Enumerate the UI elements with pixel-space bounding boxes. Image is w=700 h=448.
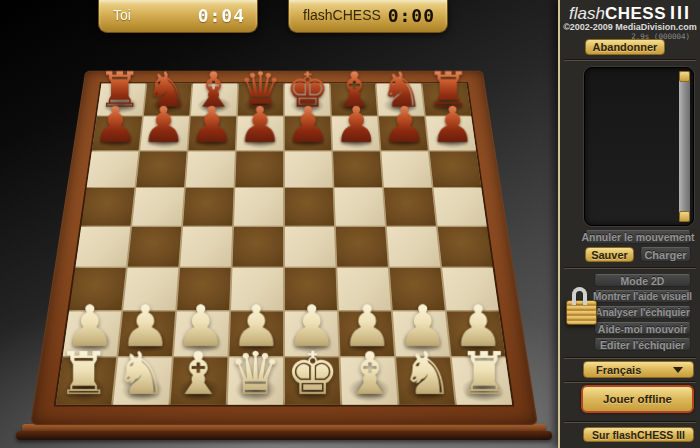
logo-iii: III <box>670 3 691 23</box>
language-select[interactable]: Français <box>583 361 694 378</box>
square-e4[interactable] <box>285 227 336 267</box>
square-f4[interactable] <box>336 227 388 267</box>
square-d5[interactable] <box>234 188 283 225</box>
about-flashchess-button[interactable]: Sur flashCHESS III <box>583 427 694 442</box>
piece-black-pawn[interactable]: ♟ <box>382 99 427 149</box>
square-e7[interactable]: ♟ <box>285 117 332 151</box>
divider <box>564 59 696 61</box>
lock-icon <box>566 300 597 325</box>
square-d4[interactable] <box>233 227 284 267</box>
square-g7[interactable]: ♟ <box>379 117 428 151</box>
piece-black-pawn[interactable]: ♟ <box>189 99 234 149</box>
square-b4[interactable] <box>128 227 181 267</box>
piece-white-bishop[interactable]: ♝ <box>343 344 396 403</box>
square-e1[interactable]: ♚ <box>285 358 340 405</box>
app-logo: flashCHESSIII <box>560 3 700 24</box>
piece-black-pawn[interactable]: ♟ <box>286 99 331 149</box>
piece-white-rook[interactable]: ♜ <box>57 344 110 403</box>
move-list[interactable] <box>584 67 694 226</box>
piece-black-pawn[interactable]: ♟ <box>334 99 379 149</box>
play-offline-button[interactable]: Jouer offline <box>581 385 694 413</box>
player-clock-time: 0:04 <box>198 5 245 26</box>
square-a7[interactable]: ♟ <box>92 117 142 151</box>
save-button[interactable]: Sauver <box>585 247 634 262</box>
language-select-value: Français <box>596 364 641 376</box>
flashchess-app: ♜♞♝♛♚♝♞♜♟♟♟♟♟♟♟♟♟♟♟♟♟♟♟♟♜♞♝♛♚♝♞♜ Toi 0:0… <box>0 0 700 448</box>
square-c4[interactable] <box>180 227 232 267</box>
square-a4[interactable] <box>75 227 130 267</box>
chevron-down-icon <box>673 367 683 373</box>
square-d7[interactable]: ♟ <box>237 117 284 151</box>
divider <box>564 267 696 269</box>
square-f6[interactable] <box>333 151 382 186</box>
engine-clock-label: flashCHESS <box>303 7 381 23</box>
square-c1[interactable]: ♝ <box>170 358 227 405</box>
square-a6[interactable] <box>87 151 139 186</box>
analyze-board-button[interactable]: Analyser l'échiquier <box>594 306 691 319</box>
piece-black-pawn[interactable]: ♟ <box>93 99 138 149</box>
engine-clock: flashCHESS 0:00 <box>288 0 448 33</box>
copyright-text: ©2002-2009 MediaDivision.com <box>560 22 700 32</box>
square-h6[interactable] <box>430 151 482 186</box>
chess-board[interactable]: ♜♞♝♛♚♝♞♜♟♟♟♟♟♟♟♟♟♟♟♟♟♟♟♟♜♞♝♛♚♝♞♜ <box>56 83 512 404</box>
square-c7[interactable]: ♟ <box>188 117 236 151</box>
square-f7[interactable]: ♟ <box>332 117 380 151</box>
square-b6[interactable] <box>136 151 186 186</box>
divider <box>564 421 696 423</box>
engine-clock-time: 0:00 <box>388 5 435 26</box>
square-a1[interactable]: ♜ <box>56 358 116 405</box>
divider <box>564 381 696 383</box>
mode-2d-button[interactable]: Mode 2D <box>594 274 691 287</box>
piece-white-king[interactable]: ♚ <box>286 344 339 403</box>
piece-black-pawn[interactable]: ♟ <box>238 99 283 149</box>
divider <box>564 357 696 359</box>
square-g4[interactable] <box>387 227 440 267</box>
piece-white-rook[interactable]: ♜ <box>458 344 511 403</box>
square-b5[interactable] <box>132 188 184 225</box>
sidebar: flashCHESSIII ©2002-2009 MediaDivision.c… <box>558 0 700 448</box>
square-f5[interactable] <box>334 188 385 225</box>
square-g5[interactable] <box>384 188 436 225</box>
square-g6[interactable] <box>381 151 431 186</box>
scroll-up-button[interactable] <box>679 71 690 82</box>
square-d6[interactable] <box>235 151 283 186</box>
visual-aid-button[interactable]: Montrer l'aide visuell <box>594 290 691 303</box>
square-h1[interactable]: ♜ <box>452 358 512 405</box>
scroll-down-button[interactable] <box>679 211 690 222</box>
piece-black-pawn[interactable]: ♟ <box>430 99 475 149</box>
player-clock: Toi 0:04 <box>98 0 258 33</box>
help-me-move-button[interactable]: Aide-moi mouvoir <box>594 322 691 335</box>
square-e5[interactable] <box>285 188 334 225</box>
board-frame: ♜♞♝♛♚♝♞♜♟♟♟♟♟♟♟♟♟♟♟♟♟♟♟♟♜♞♝♛♚♝♞♜ <box>30 71 538 425</box>
edit-board-button[interactable]: Editer l'échiquier <box>594 338 691 351</box>
square-h4[interactable] <box>438 227 493 267</box>
square-g1[interactable]: ♞ <box>396 358 455 405</box>
piece-white-knight[interactable]: ♞ <box>401 344 454 403</box>
square-c6[interactable] <box>186 151 235 186</box>
piece-white-knight[interactable]: ♞ <box>114 344 167 403</box>
square-c5[interactable] <box>183 188 234 225</box>
square-f1[interactable]: ♝ <box>341 358 398 405</box>
abandon-button[interactable]: Abandonner <box>585 39 665 55</box>
square-h5[interactable] <box>434 188 487 225</box>
square-a5[interactable] <box>81 188 134 225</box>
logo-chess: CHESS <box>605 4 666 23</box>
logo-flash: flash <box>569 4 605 23</box>
piece-white-queen[interactable]: ♛ <box>229 344 282 403</box>
piece-black-pawn[interactable]: ♟ <box>141 99 186 149</box>
piece-white-bishop[interactable]: ♝ <box>172 344 225 403</box>
player-clock-label: Toi <box>113 7 131 23</box>
square-d1[interactable]: ♛ <box>228 358 283 405</box>
load-button[interactable]: Charger <box>640 247 691 262</box>
scrollbar-track[interactable] <box>679 71 690 222</box>
square-h7[interactable]: ♟ <box>426 117 476 151</box>
board-base <box>16 431 552 440</box>
board-scene: ♜♞♝♛♚♝♞♜♟♟♟♟♟♟♟♟♟♟♟♟♟♟♟♟♜♞♝♛♚♝♞♜ <box>30 0 538 425</box>
undo-move-button[interactable]: Annuler le mouvement <box>585 230 691 244</box>
square-b1[interactable]: ♞ <box>113 358 172 405</box>
square-e6[interactable] <box>285 151 333 186</box>
square-b7[interactable]: ♟ <box>140 117 189 151</box>
